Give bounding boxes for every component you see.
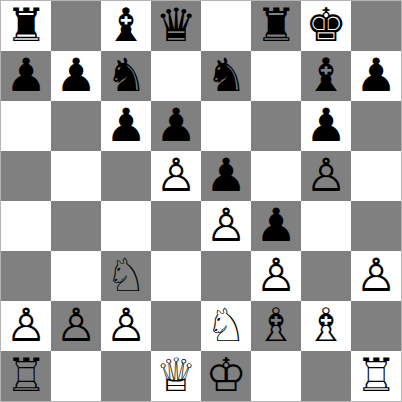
square-e6[interactable]: [201, 101, 251, 151]
white-rook: ♖: [5, 351, 46, 400]
square-c3[interactable]: ♘: [101, 251, 151, 301]
black-rook: ♜: [255, 1, 296, 50]
square-f2[interactable]: ♗: [251, 301, 301, 351]
square-g8[interactable]: ♚: [301, 1, 351, 51]
square-h8[interactable]: [351, 1, 401, 51]
white-pawn: ♙: [5, 301, 46, 350]
square-d2[interactable]: [151, 301, 201, 351]
black-pawn: ♟: [355, 51, 396, 100]
square-b1[interactable]: [51, 351, 101, 401]
square-a8[interactable]: ♜: [1, 1, 51, 51]
square-f3[interactable]: ♙: [251, 251, 301, 301]
square-d4[interactable]: [151, 201, 201, 251]
square-a3[interactable]: [1, 251, 51, 301]
black-pawn: ♟: [105, 101, 146, 150]
square-d5[interactable]: ♙: [151, 151, 201, 201]
white-king: ♔: [205, 351, 246, 400]
square-h7[interactable]: ♟: [351, 51, 401, 101]
square-c7[interactable]: ♞: [101, 51, 151, 101]
black-rook: ♜: [5, 1, 46, 50]
square-c4[interactable]: [101, 201, 151, 251]
black-bishop: ♝: [105, 1, 146, 50]
square-e7[interactable]: ♞: [201, 51, 251, 101]
square-d6[interactable]: ♟: [151, 101, 201, 151]
square-e8[interactable]: [201, 1, 251, 51]
white-pawn: ♙: [55, 301, 96, 350]
square-c5[interactable]: [101, 151, 151, 201]
black-knight: ♞: [205, 51, 246, 100]
white-knight: ♘: [105, 251, 146, 300]
black-queen: ♛: [155, 1, 196, 50]
black-pawn: ♟: [5, 51, 46, 100]
square-h4[interactable]: [351, 201, 401, 251]
square-c8[interactable]: ♝: [101, 1, 151, 51]
square-b6[interactable]: [51, 101, 101, 151]
black-pawn: ♟: [205, 151, 246, 200]
white-pawn: ♙: [305, 151, 346, 200]
square-a7[interactable]: ♟: [1, 51, 51, 101]
white-pawn: ♙: [255, 251, 296, 300]
square-b3[interactable]: [51, 251, 101, 301]
square-h1[interactable]: ♖: [351, 351, 401, 401]
square-d7[interactable]: [151, 51, 201, 101]
square-f4[interactable]: ♟: [251, 201, 301, 251]
square-h5[interactable]: [351, 151, 401, 201]
square-g3[interactable]: [301, 251, 351, 301]
square-f1[interactable]: [251, 351, 301, 401]
chess-board-frame: ♜♝♛♜♚♟♟♞♞♝♟♟♟♟♙♟♙♙♟♘♙♙♙♙♙♘♗♗♖♕♔♖: [0, 0, 402, 402]
white-queen: ♕: [155, 351, 196, 400]
black-pawn: ♟: [155, 101, 196, 150]
square-f7[interactable]: [251, 51, 301, 101]
white-rook: ♖: [355, 351, 396, 400]
black-bishop: ♝: [305, 51, 346, 100]
white-pawn: ♙: [355, 251, 396, 300]
square-d1[interactable]: ♕: [151, 351, 201, 401]
black-king: ♚: [305, 1, 346, 50]
square-b8[interactable]: [51, 1, 101, 51]
square-g1[interactable]: [301, 351, 351, 401]
black-knight: ♞: [105, 51, 146, 100]
square-g2[interactable]: ♗: [301, 301, 351, 351]
square-c1[interactable]: [101, 351, 151, 401]
square-d8[interactable]: ♛: [151, 1, 201, 51]
white-pawn: ♙: [105, 301, 146, 350]
square-a2[interactable]: ♙: [1, 301, 51, 351]
black-pawn: ♟: [255, 201, 296, 250]
square-c2[interactable]: ♙: [101, 301, 151, 351]
square-a4[interactable]: [1, 201, 51, 251]
square-d3[interactable]: [151, 251, 201, 301]
square-h6[interactable]: [351, 101, 401, 151]
square-h2[interactable]: [351, 301, 401, 351]
square-g7[interactable]: ♝: [301, 51, 351, 101]
chess-board: ♜♝♛♜♚♟♟♞♞♝♟♟♟♟♙♟♙♙♟♘♙♙♙♙♙♘♗♗♖♕♔♖: [1, 1, 401, 401]
square-g4[interactable]: [301, 201, 351, 251]
square-e3[interactable]: [201, 251, 251, 301]
white-bishop: ♗: [255, 301, 296, 350]
square-g5[interactable]: ♙: [301, 151, 351, 201]
square-e1[interactable]: ♔: [201, 351, 251, 401]
square-b7[interactable]: ♟: [51, 51, 101, 101]
white-pawn: ♙: [205, 201, 246, 250]
square-h3[interactable]: ♙: [351, 251, 401, 301]
square-f6[interactable]: [251, 101, 301, 151]
square-f8[interactable]: ♜: [251, 1, 301, 51]
square-e4[interactable]: ♙: [201, 201, 251, 251]
white-knight: ♘: [205, 301, 246, 350]
square-e2[interactable]: ♘: [201, 301, 251, 351]
square-g6[interactable]: ♟: [301, 101, 351, 151]
square-a6[interactable]: [1, 101, 51, 151]
white-pawn: ♙: [155, 151, 196, 200]
square-a5[interactable]: [1, 151, 51, 201]
black-pawn: ♟: [55, 51, 96, 100]
square-b2[interactable]: ♙: [51, 301, 101, 351]
square-f5[interactable]: [251, 151, 301, 201]
black-pawn: ♟: [305, 101, 346, 150]
square-c6[interactable]: ♟: [101, 101, 151, 151]
square-e5[interactable]: ♟: [201, 151, 251, 201]
white-bishop: ♗: [305, 301, 346, 350]
square-a1[interactable]: ♖: [1, 351, 51, 401]
square-b5[interactable]: [51, 151, 101, 201]
square-b4[interactable]: [51, 201, 101, 251]
